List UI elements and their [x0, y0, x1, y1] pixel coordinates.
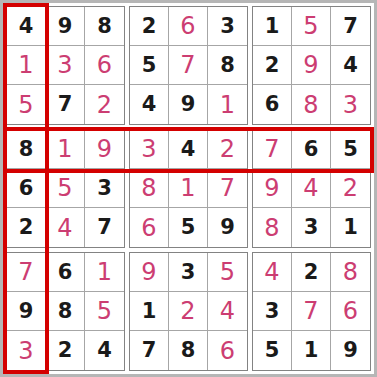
- cell-r7c5[interactable]: 3: [169, 253, 208, 292]
- cell-r8c3[interactable]: 5: [85, 292, 124, 331]
- cell-r3c9[interactable]: 3: [331, 85, 370, 124]
- cell-r4c4[interactable]: 3: [130, 130, 169, 169]
- cell-r3c3[interactable]: 2: [85, 85, 124, 124]
- cell-r6c7[interactable]: 8: [253, 208, 292, 247]
- cell-r1c4[interactable]: 2: [130, 7, 169, 46]
- cell-r7c8[interactable]: 2: [292, 253, 331, 292]
- cell-r5c3[interactable]: 3: [85, 169, 124, 208]
- cell-r1c5[interactable]: 6: [169, 7, 208, 46]
- cell-r4c8[interactable]: 6: [292, 130, 331, 169]
- box-4: 819653247: [6, 129, 125, 248]
- cell-r2c4[interactable]: 5: [130, 46, 169, 85]
- cell-r3c6[interactable]: 1: [208, 85, 247, 124]
- cell-r8c9[interactable]: 6: [331, 292, 370, 331]
- box-3: 157294683: [252, 6, 371, 125]
- box-5: 342817659: [129, 129, 248, 248]
- cell-r7c9[interactable]: 8: [331, 253, 370, 292]
- cell-r8c4[interactable]: 1: [130, 292, 169, 331]
- cell-r6c4[interactable]: 6: [130, 208, 169, 247]
- cell-r8c7[interactable]: 3: [253, 292, 292, 331]
- cell-r8c5[interactable]: 2: [169, 292, 208, 331]
- cell-r9c7[interactable]: 5: [253, 331, 292, 370]
- cell-r1c9[interactable]: 7: [331, 7, 370, 46]
- cell-r9c3[interactable]: 4: [85, 331, 124, 370]
- cell-r1c3[interactable]: 8: [85, 7, 124, 46]
- cell-r4c5[interactable]: 4: [169, 130, 208, 169]
- cell-r6c2[interactable]: 4: [46, 208, 85, 247]
- cell-r4c9[interactable]: 5: [331, 130, 370, 169]
- cell-r5c7[interactable]: 9: [253, 169, 292, 208]
- cell-r4c7[interactable]: 7: [253, 130, 292, 169]
- box-6: 765942831: [252, 129, 371, 248]
- cell-r5c1[interactable]: 6: [7, 169, 46, 208]
- cell-r3c5[interactable]: 9: [169, 85, 208, 124]
- cell-r1c7[interactable]: 1: [253, 7, 292, 46]
- cell-r5c8[interactable]: 4: [292, 169, 331, 208]
- cell-r9c5[interactable]: 8: [169, 331, 208, 370]
- box-1: 498136572: [6, 6, 125, 125]
- cell-r6c1[interactable]: 2: [7, 208, 46, 247]
- cell-r1c1[interactable]: 4: [7, 7, 46, 46]
- cell-r4c2[interactable]: 1: [46, 130, 85, 169]
- cell-r7c7[interactable]: 4: [253, 253, 292, 292]
- cell-r5c6[interactable]: 7: [208, 169, 247, 208]
- cell-r3c4[interactable]: 4: [130, 85, 169, 124]
- cell-r2c3[interactable]: 6: [85, 46, 124, 85]
- box-2: 263578491: [129, 6, 248, 125]
- cell-r1c2[interactable]: 9: [46, 7, 85, 46]
- cell-r3c7[interactable]: 6: [253, 85, 292, 124]
- cell-r6c6[interactable]: 9: [208, 208, 247, 247]
- cell-r7c4[interactable]: 9: [130, 253, 169, 292]
- cell-r6c8[interactable]: 3: [292, 208, 331, 247]
- sudoku-board: 4981365722635784911572946838196532473428…: [0, 0, 377, 377]
- cell-r4c6[interactable]: 2: [208, 130, 247, 169]
- cell-r1c6[interactable]: 3: [208, 7, 247, 46]
- cell-r9c6[interactable]: 6: [208, 331, 247, 370]
- cell-r7c1[interactable]: 7: [7, 253, 46, 292]
- cell-r9c1[interactable]: 3: [7, 331, 46, 370]
- cell-r7c2[interactable]: 6: [46, 253, 85, 292]
- cell-r9c2[interactable]: 2: [46, 331, 85, 370]
- box-8: 935124786: [129, 252, 248, 371]
- cell-r2c8[interactable]: 9: [292, 46, 331, 85]
- cell-r2c6[interactable]: 8: [208, 46, 247, 85]
- cell-r4c3[interactable]: 9: [85, 130, 124, 169]
- cell-r7c6[interactable]: 5: [208, 253, 247, 292]
- cell-r7c3[interactable]: 1: [85, 253, 124, 292]
- cell-r5c2[interactable]: 5: [46, 169, 85, 208]
- cell-r9c9[interactable]: 9: [331, 331, 370, 370]
- cell-r6c5[interactable]: 5: [169, 208, 208, 247]
- cell-r5c5[interactable]: 1: [169, 169, 208, 208]
- cell-r8c6[interactable]: 4: [208, 292, 247, 331]
- box-9: 428376519: [252, 252, 371, 371]
- box-7: 761985324: [6, 252, 125, 371]
- cell-r3c1[interactable]: 5: [7, 85, 46, 124]
- cell-r9c8[interactable]: 1: [292, 331, 331, 370]
- cell-r8c8[interactable]: 7: [292, 292, 331, 331]
- cell-r2c9[interactable]: 4: [331, 46, 370, 85]
- cell-r2c2[interactable]: 3: [46, 46, 85, 85]
- cell-r3c2[interactable]: 7: [46, 85, 85, 124]
- cell-r2c1[interactable]: 1: [7, 46, 46, 85]
- sudoku-boxes: 4981365722635784911572946838196532473428…: [6, 6, 371, 371]
- cell-r1c8[interactable]: 5: [292, 7, 331, 46]
- cell-r2c5[interactable]: 7: [169, 46, 208, 85]
- cell-r2c7[interactable]: 2: [253, 46, 292, 85]
- cell-r5c9[interactable]: 2: [331, 169, 370, 208]
- cell-r3c8[interactable]: 8: [292, 85, 331, 124]
- cell-r9c4[interactable]: 7: [130, 331, 169, 370]
- cell-r8c2[interactable]: 8: [46, 292, 85, 331]
- cell-r8c1[interactable]: 9: [7, 292, 46, 331]
- cell-r4c1[interactable]: 8: [7, 130, 46, 169]
- cell-r6c3[interactable]: 7: [85, 208, 124, 247]
- cell-r6c9[interactable]: 1: [331, 208, 370, 247]
- cell-r5c4[interactable]: 8: [130, 169, 169, 208]
